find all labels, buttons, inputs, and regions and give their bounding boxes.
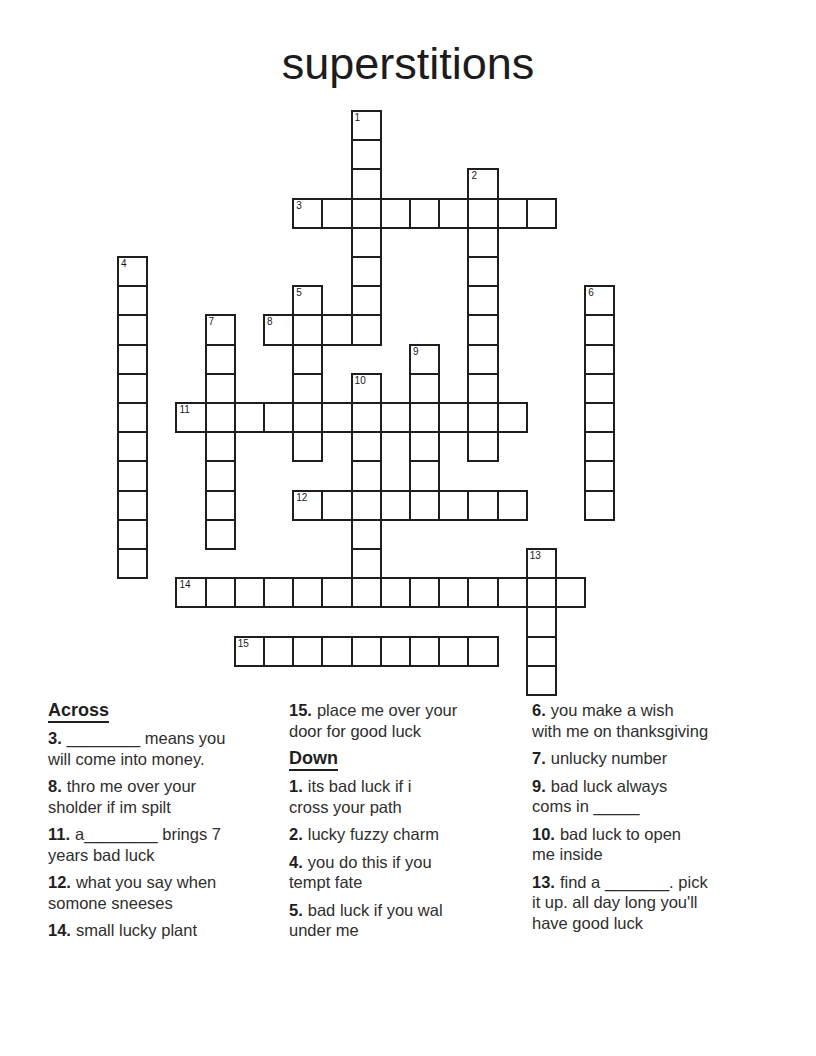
grid-cell-number: 6 [588, 288, 594, 298]
grid-cell [351, 198, 382, 229]
grid-cell [351, 227, 382, 258]
grid-cell [263, 577, 294, 608]
clue-item-text: unlucky number [551, 749, 667, 767]
grid-cell [380, 402, 411, 433]
clue-item-number: 15. [289, 701, 312, 719]
grid-cell [438, 577, 469, 608]
grid-cell [292, 402, 323, 433]
grid-cell [497, 402, 528, 433]
grid-cell [117, 344, 148, 375]
clue-item-number: 11. [48, 825, 70, 843]
clue-item-text: a________ brings 7 years bad luck [48, 825, 221, 864]
grid-cell [467, 344, 498, 375]
clue-item: 15.place me over your door for good luck [289, 700, 515, 741]
grid-cell [205, 344, 236, 375]
grid-cell [526, 198, 557, 229]
grid-cell [409, 577, 440, 608]
grid-cell [526, 636, 557, 667]
clue-item: 12.what you say when somone sneeses [48, 872, 274, 913]
grid-cell [351, 548, 382, 579]
grid-cell [205, 460, 236, 491]
grid-cell [117, 431, 148, 462]
grid-cell [380, 490, 411, 521]
grid-cell [292, 373, 323, 404]
grid-cell [380, 636, 411, 667]
grid-cell [351, 490, 382, 521]
clue-column: 6.you make a wish with me on thanksgivin… [532, 700, 758, 940]
grid-cell [351, 139, 382, 170]
clue-item: 6.you make a wish with me on thanksgivin… [532, 700, 758, 741]
grid-cell [117, 373, 148, 404]
grid-cell [321, 198, 352, 229]
grid-cell [351, 168, 382, 199]
grid-cell-number: 13 [530, 551, 541, 561]
grid-cell [555, 577, 586, 608]
clue-item: 9.bad luck always coms in _____ [532, 776, 758, 817]
grid-cell [409, 373, 440, 404]
clue-item: 2.lucky fuzzy charm [289, 824, 515, 845]
grid-cell [467, 198, 498, 229]
grid-cell [409, 460, 440, 491]
grid-cell-number: 4 [121, 259, 127, 269]
grid-cell-number: 2 [471, 171, 477, 181]
grid-cell [380, 198, 411, 229]
clue-item-text: bad luck always coms in _____ [532, 777, 667, 816]
clue-item-number: 9. [532, 777, 546, 795]
grid-cell [351, 431, 382, 462]
grid-cell-number: 14 [179, 580, 190, 590]
grid-cell-number: 15 [238, 639, 249, 649]
clue-item: 13.find a _______. pick it up. all day l… [532, 872, 758, 934]
clue-item-number: 10. [532, 825, 555, 843]
grid-cell [467, 577, 498, 608]
clue-item-text: its bad luck if i cross your path [289, 777, 411, 816]
grid-cell [321, 314, 352, 345]
grid-cell [205, 402, 236, 433]
grid-cell [584, 490, 615, 521]
grid-cell [467, 314, 498, 345]
grid-cell [467, 256, 498, 287]
grid-cell [117, 402, 148, 433]
clue-item-text: what you say when somone sneeses [48, 873, 216, 912]
grid-cell [321, 577, 352, 608]
grid-cell [584, 431, 615, 462]
grid-cell [117, 490, 148, 521]
grid-cell [497, 490, 528, 521]
grid-cell [351, 256, 382, 287]
puzzle-title: superstitions [0, 40, 816, 87]
grid-cell [497, 198, 528, 229]
grid-cell-number: 7 [209, 317, 215, 327]
grid-cell [409, 198, 440, 229]
grid-cell [526, 577, 557, 608]
grid-cell [380, 577, 411, 608]
grid-cell [292, 344, 323, 375]
clue-item: 3.________ means you will come into mone… [48, 728, 274, 769]
clue-item-text: find a _______. pick it up. all day long… [532, 873, 708, 932]
grid-cell [351, 460, 382, 491]
clue-item-text: lucky fuzzy charm [308, 825, 439, 843]
clue-item: 5.bad luck if you wal under me [289, 900, 515, 941]
clue-item-text: thro me over your sholder if im spilt [48, 777, 196, 816]
grid-cell [321, 402, 352, 433]
grid-cell [117, 519, 148, 550]
grid-cell [292, 636, 323, 667]
grid-cell [584, 344, 615, 375]
clue-item-text: ________ means you will come into money. [48, 729, 225, 768]
grid-cell [467, 227, 498, 258]
grid-cell [467, 490, 498, 521]
grid-cell [117, 285, 148, 316]
clue-item: 11.a________ brings 7 years bad luck [48, 824, 274, 865]
grid-cell [467, 431, 498, 462]
grid-cell [205, 431, 236, 462]
clue-list-header: Down [289, 748, 515, 769]
clue-item-text: you do this if you tempt fate [289, 853, 432, 892]
clue-list-header: Across [48, 700, 274, 721]
grid-cell-number: 5 [296, 288, 302, 298]
grid-cell [351, 577, 382, 608]
grid-cell [117, 548, 148, 579]
grid-cell [467, 285, 498, 316]
page: { "game": "crossword", "title": "superst… [0, 0, 816, 1056]
grid-cell-number: 1 [355, 113, 361, 123]
clue-item-text: you make a wish with me on thanksgiving [532, 701, 708, 740]
clue-item-number: 14. [48, 921, 71, 939]
clue-item-text: place me over your door for good luck [289, 701, 457, 740]
clue-item-number: 6. [532, 701, 546, 719]
grid-cell-number: 9 [413, 347, 419, 357]
clue-item-number: 3. [48, 729, 62, 747]
grid-cell [584, 314, 615, 345]
grid-cell [438, 636, 469, 667]
grid-cell [321, 490, 352, 521]
grid-cell [205, 490, 236, 521]
grid-cell [205, 577, 236, 608]
clue-item-number: 2. [289, 825, 303, 843]
grid-cell [438, 490, 469, 521]
grid-cell [292, 577, 323, 608]
grid-cell [584, 373, 615, 404]
grid-cell [409, 636, 440, 667]
grid-cell-number: 3 [296, 201, 302, 211]
clue-item-number: 1. [289, 777, 303, 795]
grid-cell [409, 490, 440, 521]
grid-cell [351, 402, 382, 433]
clue-item: 10.bad luck to open me inside [532, 824, 758, 865]
grid-cell [321, 636, 352, 667]
grid-cell [292, 314, 323, 345]
clue-item: 1.its bad luck if i cross your path [289, 776, 515, 817]
grid-cell [497, 577, 528, 608]
grid-cell [263, 402, 294, 433]
clue-item-number: 7. [532, 749, 546, 767]
clue-column: 15.place me over your door for good luck… [289, 700, 515, 948]
grid-cell [263, 636, 294, 667]
grid-cell-number: 8 [267, 317, 273, 327]
grid-cell [409, 402, 440, 433]
clue-item-text: small lucky plant [76, 921, 197, 939]
grid-cell [351, 636, 382, 667]
clue-item: 4.you do this if you tempt fate [289, 852, 515, 893]
grid-cell [234, 402, 265, 433]
grid-cell [526, 665, 557, 696]
clue-column: Across3.________ means you will come int… [48, 700, 274, 948]
grid-cell [351, 285, 382, 316]
grid-cell [526, 606, 557, 637]
clue-item-number: 4. [289, 853, 303, 871]
grid-cell [351, 519, 382, 550]
grid-cell [117, 460, 148, 491]
clue-item-number: 13. [532, 873, 555, 891]
grid-cell [351, 314, 382, 345]
grid-cell [234, 577, 265, 608]
grid-cell [467, 402, 498, 433]
clue-item: 14.small lucky plant [48, 920, 274, 941]
grid-cell [409, 431, 440, 462]
grid-cell [292, 431, 323, 462]
grid-cell-number: 10 [355, 376, 366, 386]
clue-item: 7.unlucky number [532, 748, 758, 769]
clue-item-text: bad luck if you wal under me [289, 901, 443, 940]
grid-cell-number: 11 [179, 405, 189, 415]
grid-cell [584, 460, 615, 491]
grid-cell [117, 314, 148, 345]
clue-item: 8.thro me over your sholder if im spilt [48, 776, 274, 817]
grid-cell [467, 373, 498, 404]
grid-cell [467, 636, 498, 667]
grid-cell [205, 519, 236, 550]
clue-item-number: 12. [48, 873, 71, 891]
clue-item-number: 5. [289, 901, 303, 919]
grid-cell-number: 12 [296, 493, 307, 503]
grid-cell [438, 198, 469, 229]
grid-cell [205, 373, 236, 404]
clue-item-number: 8. [48, 777, 62, 795]
grid-cell [584, 402, 615, 433]
grid-cell [438, 402, 469, 433]
